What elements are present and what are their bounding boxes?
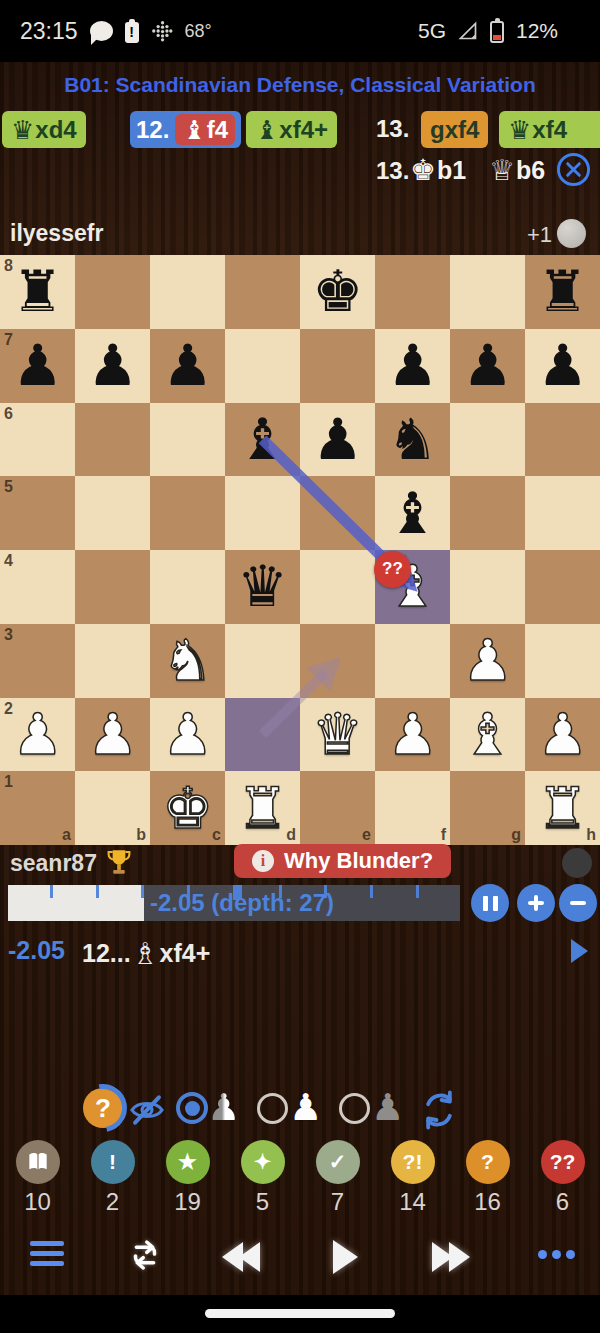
square-g6[interactable]	[450, 403, 525, 477]
square-b2[interactable]: ♟	[75, 698, 150, 772]
move-chip-bf4-current[interactable]: 12. ♝ f4	[130, 111, 241, 148]
square-b5[interactable]	[75, 476, 150, 550]
assistant-dots-icon	[151, 20, 173, 42]
piece-white-pawn-f2: ♟	[375, 698, 450, 772]
file-label-f: f	[441, 826, 446, 844]
black-queen-icon: ♛	[11, 117, 34, 143]
black-side-pawn-icon[interactable]: ♟	[371, 1086, 404, 1130]
piece-black-pawn-b7: ♟	[75, 329, 150, 403]
piece-black-bishop-f5: ♝	[375, 476, 450, 550]
excellent-count: 5	[256, 1188, 269, 1216]
square-a1[interactable]: 1a	[0, 771, 75, 845]
battery-alert-icon: !	[125, 22, 139, 43]
square-c5[interactable]	[150, 476, 225, 550]
status-right: 5G 12%	[418, 19, 558, 43]
move-quality-badges: 10!2★19✦5✓7?!14?16??6	[0, 1140, 600, 1210]
gesture-area	[0, 1295, 600, 1333]
square-e4[interactable]	[300, 550, 375, 624]
book-count: 10	[24, 1188, 51, 1216]
square-d4[interactable]: ♛	[225, 550, 300, 624]
inaccuracy-icon: ?!	[391, 1140, 435, 1184]
engine-best-line: 12... ♗ xf4+	[82, 936, 210, 971]
square-a8[interactable]: 8♜	[0, 255, 75, 329]
square-h8[interactable]: ♜	[525, 255, 600, 329]
square-f2[interactable]: ♟	[375, 698, 450, 772]
square-e7[interactable]	[300, 329, 375, 403]
flip-board-icon[interactable]	[419, 1090, 459, 1130]
good-icon: ✓	[316, 1140, 360, 1184]
square-b7[interactable]: ♟	[75, 329, 150, 403]
home-indicator[interactable]	[205, 1309, 395, 1318]
square-f7[interactable]: ♟	[375, 329, 450, 403]
piece-black-pawn-e6: ♟	[300, 403, 375, 477]
menu-icon[interactable]	[30, 1241, 64, 1266]
square-g8[interactable]	[450, 255, 525, 329]
options-row: ? ♟ ♟ ♟	[0, 1086, 600, 1132]
move-text: xf4+	[279, 116, 328, 144]
rank-label-6: 6	[4, 405, 13, 423]
rank-label-5: 5	[4, 478, 13, 496]
move-list-row-1: ♛ xd4 12. ♝ f4 ♝ xf4+ 13. gxf4 ♛ xf4	[0, 111, 600, 149]
eval-tick	[50, 885, 53, 898]
bottom-nav	[0, 1232, 600, 1284]
square-c4[interactable]	[150, 550, 225, 624]
white-bishop-outline-icon: ♗	[132, 936, 159, 971]
square-e1[interactable]: e	[300, 771, 375, 845]
square-a2[interactable]: 2♟	[0, 698, 75, 772]
move-text: f4	[207, 116, 228, 144]
eval-tick	[96, 885, 99, 898]
badge-blunder[interactable]: ??6	[525, 1140, 600, 1216]
move-text: b6	[516, 156, 545, 185]
square-g4[interactable]	[450, 550, 525, 624]
square-f6[interactable]: ♞	[375, 403, 450, 477]
square-a6[interactable]: 6	[0, 403, 75, 477]
square-g1[interactable]: g	[450, 771, 525, 845]
square-b3[interactable]	[75, 624, 150, 698]
mistake-icon: ?	[466, 1140, 510, 1184]
blunder-annotation-badge: ??	[374, 551, 411, 588]
square-f8[interactable]	[375, 255, 450, 329]
player-top-name: ilyessefr	[10, 220, 103, 247]
square-a3[interactable]: 3	[0, 624, 75, 698]
loop-playback-icon[interactable]	[124, 1236, 166, 1274]
why-blunder-button[interactable]: i Why Blunder?	[234, 844, 451, 878]
white-side-pawn-icon[interactable]: ♟	[289, 1086, 322, 1130]
blunder-count: 6	[556, 1188, 569, 1216]
close-icon[interactable]	[556, 152, 591, 187]
piece-white-knight-c3: ♞	[150, 624, 225, 698]
square-g7[interactable]: ♟	[450, 329, 525, 403]
piece-black-pawn-h7: ♟	[525, 329, 600, 403]
square-h4[interactable]	[525, 550, 600, 624]
move-qb6[interactable]: ♕ b6	[489, 153, 545, 187]
square-h5[interactable]	[525, 476, 600, 550]
material-advantage: +1	[527, 222, 552, 248]
side-black-radio[interactable]	[339, 1093, 370, 1124]
rank-label-4: 4	[4, 552, 13, 570]
auto-side-pawn-icon[interactable]: ♟	[207, 1086, 240, 1130]
engine-status-circle	[562, 848, 592, 878]
square-d7[interactable]	[225, 329, 300, 403]
square-f1[interactable]: f	[375, 771, 450, 845]
trophy-icon	[105, 848, 133, 878]
chess-app-screen: 23:15 ! 68° 5G 12%	[0, 0, 600, 1333]
plus-icon	[528, 901, 544, 905]
piece-white-pawn-a2: ♟	[0, 698, 75, 772]
square-c1[interactable]: c♚	[150, 771, 225, 845]
piece-white-pawn-b2: ♟	[75, 698, 150, 772]
why-blunder-label: Why Blunder?	[284, 848, 433, 874]
move-list-row-2: 13. ♚ b1 ♕ b6	[0, 151, 600, 189]
line-move-number: 12...	[82, 939, 131, 968]
engine-eval-value: -2.05	[8, 936, 65, 965]
badge-good[interactable]: ✓7	[300, 1140, 375, 1216]
piece-black-pawn-a7: ♟	[0, 329, 75, 403]
square-b8[interactable]	[75, 255, 150, 329]
square-g3[interactable]: ♟	[450, 624, 525, 698]
add-engine-line-button[interactable]	[517, 884, 555, 922]
battery-percent: 12%	[516, 19, 558, 43]
square-c7[interactable]: ♟	[150, 329, 225, 403]
black-bishop-icon: ♝	[255, 117, 278, 143]
square-e6[interactable]: ♟	[300, 403, 375, 477]
eval-tick	[416, 885, 419, 898]
square-h3[interactable]	[525, 624, 600, 698]
piece-black-pawn-g7: ♟	[450, 329, 525, 403]
square-g2[interactable]: ♝	[450, 698, 525, 772]
line-move-text: xf4+	[160, 939, 211, 968]
move-chip-qxf4[interactable]: ♛ xf4	[499, 111, 600, 148]
good-count: 7	[331, 1188, 344, 1216]
pause-engine-button[interactable]	[471, 884, 509, 922]
book-icon	[16, 1140, 60, 1184]
square-d2[interactable]	[225, 698, 300, 772]
message-notification-icon	[90, 21, 113, 41]
temperature: 68°	[185, 21, 212, 42]
brilliant-count: 2	[106, 1188, 119, 1216]
square-a7[interactable]: 7♟	[0, 329, 75, 403]
move-text: b1	[437, 156, 466, 185]
square-h1[interactable]: h♜	[525, 771, 600, 845]
piece-white-pawn-h2: ♟	[525, 698, 600, 772]
piece-black-rook-h8: ♜	[525, 255, 600, 329]
square-d5[interactable]	[225, 476, 300, 550]
square-c6[interactable]	[150, 403, 225, 477]
square-e5[interactable]	[300, 476, 375, 550]
play-line-button[interactable]	[571, 939, 588, 963]
square-c3[interactable]: ♞	[150, 624, 225, 698]
rank-label-3: 3	[4, 626, 13, 644]
info-icon: i	[252, 850, 274, 872]
square-b1[interactable]: b	[75, 771, 150, 845]
square-d3[interactable]	[225, 624, 300, 698]
piece-white-rook-h1: ♜	[525, 771, 600, 845]
piece-white-rook-d1: ♜	[225, 771, 300, 845]
play-button[interactable]	[333, 1240, 358, 1274]
inaccuracy-count: 14	[399, 1188, 426, 1216]
square-h2[interactable]: ♟	[525, 698, 600, 772]
blunder-icon: ??	[541, 1140, 585, 1184]
badge-mistake[interactable]: ?16	[450, 1140, 525, 1216]
white-advantage-fill	[8, 885, 144, 921]
piece-black-bishop-d6: ♝	[225, 403, 300, 477]
best-count: 19	[174, 1188, 201, 1216]
player-top-row: ilyessefr +1	[0, 216, 600, 254]
square-c2[interactable]: ♟	[150, 698, 225, 772]
rewind-button[interactable]	[222, 1242, 260, 1272]
piece-black-queen-d4: ♛	[225, 550, 300, 624]
move-chip-bxf4[interactable]: ♝ xf4+	[246, 111, 337, 148]
eval-tick	[141, 885, 144, 898]
piece-black-pawn-c7: ♟	[150, 329, 225, 403]
move-text: xf4	[532, 116, 567, 144]
network-type: 5G	[418, 19, 446, 43]
hide-eval-eye-off-icon[interactable]	[128, 1091, 166, 1129]
badge-best[interactable]: ★19	[150, 1140, 225, 1216]
badge-inaccuracy[interactable]: ?!14	[375, 1140, 450, 1216]
square-b6[interactable]	[75, 403, 150, 477]
captured-pawn-icon	[557, 219, 586, 248]
badge-brilliant[interactable]: !2	[75, 1140, 150, 1216]
badge-book[interactable]: 10	[0, 1140, 75, 1216]
square-e8[interactable]: ♚	[300, 255, 375, 329]
square-a4[interactable]: 4	[0, 550, 75, 624]
square-d8[interactable]	[225, 255, 300, 329]
status-bar: 23:15 ! 68° 5G 12%	[0, 0, 600, 62]
more-options-icon[interactable]	[538, 1250, 575, 1259]
piece-white-queen-e2: ♛	[300, 698, 375, 772]
file-label-b: b	[136, 826, 146, 844]
piece-white-pawn-g3: ♟	[450, 624, 525, 698]
evaluation-text: -2.05 (depth: 27)	[150, 889, 334, 917]
side-white-radio[interactable]	[257, 1093, 288, 1124]
square-a5[interactable]: 5	[0, 476, 75, 550]
excellent-icon: ✦	[241, 1140, 285, 1184]
brilliant-icon: !	[91, 1140, 135, 1184]
player-bottom-row: seanr87 i Why Blunder?	[0, 846, 600, 882]
black-queen-icon: ♛	[508, 117, 531, 143]
move-text: xd4	[35, 116, 76, 144]
blunder-move-chip: ♝ f4	[175, 114, 235, 145]
square-d6[interactable]: ♝	[225, 403, 300, 477]
square-e3[interactable]	[300, 624, 375, 698]
piece-black-rook-a8: ♜	[0, 255, 75, 329]
eval-tick	[370, 885, 373, 898]
square-f3[interactable]	[375, 624, 450, 698]
square-h6[interactable]	[525, 403, 600, 477]
status-left: 23:15 ! 68°	[20, 18, 212, 45]
file-label-e: e	[362, 826, 371, 844]
battery-icon	[490, 21, 504, 43]
fast-forward-button[interactable]	[432, 1242, 470, 1272]
clock-time: 23:15	[20, 18, 78, 45]
piece-white-king-c1: ♚	[150, 771, 225, 845]
piece-black-knight-f6: ♞	[375, 403, 450, 477]
white-bishop-icon: ♝	[182, 117, 205, 143]
move-chip-qxd4[interactable]: ♛ xd4	[2, 111, 86, 148]
square-e2[interactable]: ♛	[300, 698, 375, 772]
signal-icon	[458, 21, 478, 41]
square-g5[interactable]	[450, 476, 525, 550]
square-b4[interactable]	[75, 550, 150, 624]
square-c8[interactable]	[150, 255, 225, 329]
best-icon: ★	[166, 1140, 210, 1184]
piece-white-pawn-c2: ♟	[150, 698, 225, 772]
file-label-g: g	[511, 826, 521, 844]
remove-engine-line-button[interactable]	[559, 884, 597, 922]
move-text: gxf4	[430, 116, 479, 144]
move-chip-gxf4[interactable]: gxf4	[421, 111, 488, 148]
opening-name: B01: Scandinavian Defense, Classical Var…	[0, 73, 600, 97]
piece-white-bishop-g2: ♝	[450, 698, 525, 772]
player-bottom-name: seanr87	[10, 850, 97, 877]
piece-black-king-e8: ♚	[300, 255, 375, 329]
side-auto-radio-selected[interactable]	[176, 1092, 208, 1124]
chess-board[interactable]: 8♜♚♜7♟♟♟♟♟♟6♝♟♞5♝4♛♝3♞♟2♟♟♟♛♟♝♟1abc♚d♜ef…	[0, 255, 600, 845]
piece-black-pawn-f7: ♟	[375, 329, 450, 403]
move-kb1[interactable]: ♚ b1	[410, 153, 466, 187]
move-number: 13.	[376, 115, 409, 143]
minus-icon	[570, 901, 586, 905]
move-number: 13.	[376, 157, 409, 185]
pause-icon	[483, 896, 498, 911]
engine-line-row: -2.05 12... ♗ xf4+	[0, 931, 600, 973]
square-h7[interactable]: ♟	[525, 329, 600, 403]
square-d1[interactable]: d♜	[225, 771, 300, 845]
move-number: 12.	[136, 116, 169, 144]
evaluation-bar[interactable]: -2.05 (depth: 27)	[8, 885, 460, 921]
square-f5[interactable]: ♝	[375, 476, 450, 550]
guess-move-icon[interactable]: ?	[83, 1088, 123, 1128]
white-king-icon: ♚	[410, 153, 436, 187]
badge-excellent[interactable]: ✦5	[225, 1140, 300, 1216]
white-queen-icon: ♕	[489, 153, 515, 187]
mistake-count: 16	[474, 1188, 501, 1216]
file-label-a: a	[62, 826, 71, 844]
rank-label-1: 1	[4, 773, 13, 791]
